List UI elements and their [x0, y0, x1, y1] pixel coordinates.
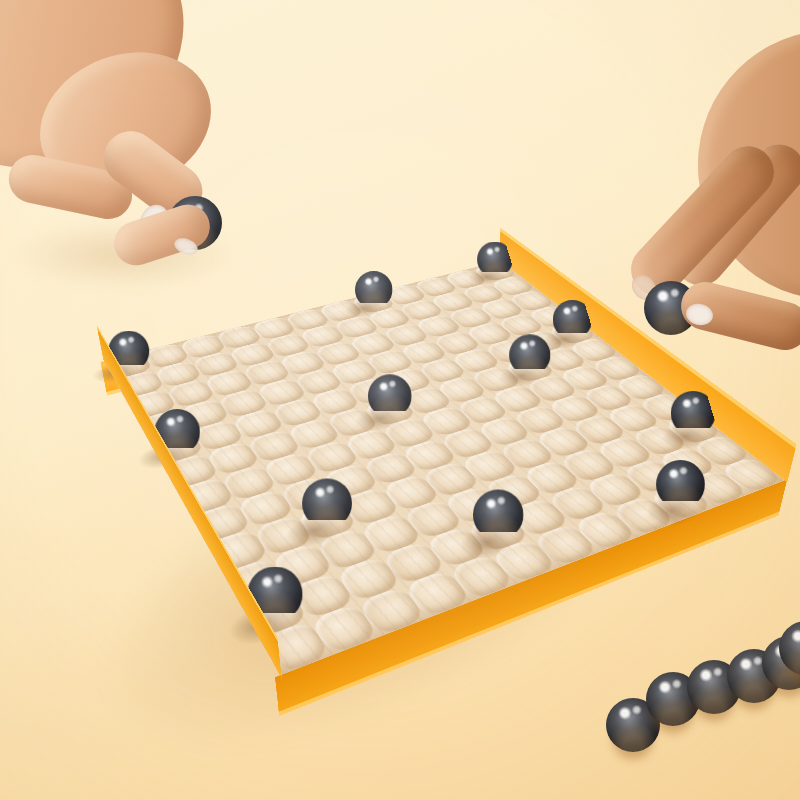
left-hand-knuckles: [20, 29, 231, 216]
left-index-fingernail: [134, 200, 173, 241]
left-hand-shadow: [10, 220, 240, 290]
right-thumb: [676, 277, 800, 355]
left-middle-finger: [4, 151, 136, 224]
right-index-finger: [620, 136, 784, 307]
scene: [0, 0, 800, 800]
left-thumb: [109, 199, 216, 271]
right-hand-palm: [650, 0, 800, 348]
right-index-fingernail: [627, 270, 661, 305]
left-hand-palm: [0, 0, 230, 217]
left-index-finger: [93, 120, 213, 229]
right-thumbnail: [684, 301, 715, 327]
held-stone-left[interactable]: [168, 196, 222, 250]
left-thumbnail: [172, 235, 200, 257]
right-middle-finger: [665, 134, 800, 295]
held-stone-right[interactable]: [644, 281, 698, 335]
